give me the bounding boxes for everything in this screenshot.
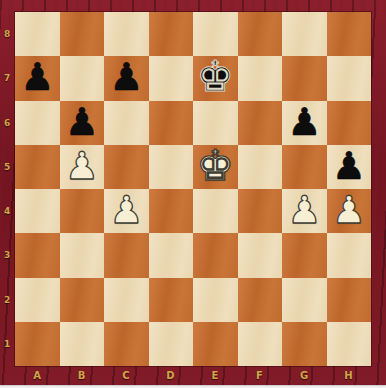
square-c3[interactable] <box>104 233 149 277</box>
square-c5[interactable] <box>104 145 149 189</box>
piece-black-king-e7[interactable]: ♚ <box>196 56 234 98</box>
square-a1[interactable] <box>15 322 60 366</box>
rank-label-7: 7 <box>0 56 15 100</box>
square-h6[interactable] <box>327 101 372 145</box>
piece-white-pawn-g4[interactable]: ♟ <box>287 191 321 229</box>
square-a6[interactable] <box>15 101 60 145</box>
square-h7[interactable] <box>327 56 372 100</box>
piece-black-pawn-h5[interactable]: ♟ <box>332 147 366 185</box>
square-f1[interactable] <box>238 322 283 366</box>
square-h1[interactable] <box>327 322 372 366</box>
square-e1[interactable] <box>193 322 238 366</box>
square-g5[interactable] <box>282 145 327 189</box>
piece-white-king-e5[interactable]: ♚ <box>196 145 234 187</box>
square-a8[interactable] <box>15 12 60 56</box>
square-f7[interactable] <box>238 56 283 100</box>
rank-label-3: 3 <box>0 233 15 277</box>
square-b2[interactable] <box>60 278 105 322</box>
file-label-d: D <box>149 366 194 385</box>
square-b7[interactable] <box>60 56 105 100</box>
square-e3[interactable] <box>193 233 238 277</box>
square-c6[interactable] <box>104 101 149 145</box>
rank-label-8: 8 <box>0 12 15 56</box>
square-c4[interactable]: ♟ <box>104 189 149 233</box>
square-f3[interactable] <box>238 233 283 277</box>
square-g1[interactable] <box>282 322 327 366</box>
square-b3[interactable] <box>60 233 105 277</box>
rank-label-4: 4 <box>0 189 15 233</box>
square-d6[interactable] <box>149 101 194 145</box>
square-g6[interactable]: ♟ <box>282 101 327 145</box>
square-e7[interactable]: ♚ <box>193 56 238 100</box>
square-h3[interactable] <box>327 233 372 277</box>
square-f2[interactable] <box>238 278 283 322</box>
file-label-e: E <box>193 366 238 385</box>
square-d7[interactable] <box>149 56 194 100</box>
square-b1[interactable] <box>60 322 105 366</box>
square-d2[interactable] <box>149 278 194 322</box>
file-label-b: B <box>60 366 105 385</box>
square-g3[interactable] <box>282 233 327 277</box>
square-d1[interactable] <box>149 322 194 366</box>
file-label-f: F <box>238 366 283 385</box>
square-h4[interactable]: ♟ <box>327 189 372 233</box>
rank-label-6: 6 <box>0 101 15 145</box>
chess-board: 87654321 ♟♟♚♟♟♟♚♟♟♟♟ ABCDEFGH <box>0 0 386 385</box>
square-b5[interactable]: ♟ <box>60 145 105 189</box>
square-c7[interactable]: ♟ <box>104 56 149 100</box>
piece-black-pawn-c7[interactable]: ♟ <box>109 58 143 96</box>
board-grid: ♟♟♚♟♟♟♚♟♟♟♟ <box>15 12 371 366</box>
square-e2[interactable] <box>193 278 238 322</box>
square-b4[interactable] <box>60 189 105 233</box>
piece-black-pawn-g6[interactable]: ♟ <box>287 103 321 141</box>
square-g2[interactable] <box>282 278 327 322</box>
square-h2[interactable] <box>327 278 372 322</box>
square-f5[interactable] <box>238 145 283 189</box>
square-h5[interactable]: ♟ <box>327 145 372 189</box>
file-label-a: A <box>15 366 60 385</box>
square-d5[interactable] <box>149 145 194 189</box>
square-f6[interactable] <box>238 101 283 145</box>
square-d4[interactable] <box>149 189 194 233</box>
rank-label-5: 5 <box>0 145 15 189</box>
square-g4[interactable]: ♟ <box>282 189 327 233</box>
file-label-g: G <box>282 366 327 385</box>
file-label-c: C <box>104 366 149 385</box>
piece-white-pawn-h4[interactable]: ♟ <box>332 191 366 229</box>
square-h8[interactable] <box>327 12 372 56</box>
square-g8[interactable] <box>282 12 327 56</box>
square-c1[interactable] <box>104 322 149 366</box>
square-a2[interactable] <box>15 278 60 322</box>
square-c2[interactable] <box>104 278 149 322</box>
piece-black-pawn-b6[interactable]: ♟ <box>65 103 99 141</box>
square-f8[interactable] <box>238 12 283 56</box>
square-a5[interactable] <box>15 145 60 189</box>
square-d8[interactable] <box>149 12 194 56</box>
square-e4[interactable] <box>193 189 238 233</box>
file-labels: ABCDEFGH <box>15 366 371 385</box>
square-e6[interactable] <box>193 101 238 145</box>
file-label-h: H <box>327 366 372 385</box>
square-e8[interactable] <box>193 12 238 56</box>
square-b8[interactable] <box>60 12 105 56</box>
rank-label-1: 1 <box>0 322 15 366</box>
square-f4[interactable] <box>238 189 283 233</box>
rank-label-2: 2 <box>0 278 15 322</box>
piece-white-pawn-c4[interactable]: ♟ <box>109 191 143 229</box>
square-a3[interactable] <box>15 233 60 277</box>
square-c8[interactable] <box>104 12 149 56</box>
square-d3[interactable] <box>149 233 194 277</box>
piece-black-pawn-a7[interactable]: ♟ <box>20 58 54 96</box>
square-e5[interactable]: ♚ <box>193 145 238 189</box>
square-a4[interactable] <box>15 189 60 233</box>
rank-labels: 87654321 <box>0 12 15 366</box>
square-a7[interactable]: ♟ <box>15 56 60 100</box>
piece-white-pawn-b5[interactable]: ♟ <box>65 147 99 185</box>
square-b6[interactable]: ♟ <box>60 101 105 145</box>
square-g7[interactable] <box>282 56 327 100</box>
